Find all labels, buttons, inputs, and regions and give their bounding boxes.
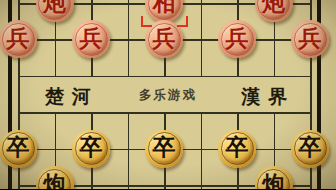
piece-character: 炮 [43,173,66,190]
grid-line [201,112,203,189]
grid-line [201,0,203,76]
piece-character: 炮 [262,0,285,14]
piece-character: 卒 [153,136,176,159]
black-soldier[interactable]: 卒 [145,130,183,168]
piece-character: 兵 [153,27,176,50]
app-watermark: 多乐游戏 [120,87,216,105]
piece-character: 卒 [226,136,249,159]
grid-line [128,0,130,76]
grid-line [18,76,312,78]
black-cannon[interactable]: 炮 [255,166,293,189]
piece-character: 炮 [43,0,66,14]
black-soldier[interactable]: 卒 [72,130,110,168]
red-soldier[interactable]: 兵 [291,20,329,58]
red-soldier[interactable]: 兵 [72,20,110,58]
red-elephant[interactable]: 相 [145,0,183,22]
xiangqi-board: 楚河 多乐游戏 漢界 炮相炮兵兵兵兵兵卒卒卒卒卒炮炮 [0,0,336,189]
red-cannon[interactable]: 炮 [255,0,293,22]
marker-corner [177,16,188,27]
black-soldier[interactable]: 卒 [0,130,37,168]
piece-character: 卒 [80,136,103,159]
black-cannon[interactable]: 炮 [36,166,74,189]
piece-character: 兵 [7,27,30,50]
black-soldier[interactable]: 卒 [291,130,329,168]
piece-character: 卒 [7,136,30,159]
red-cannon[interactable]: 炮 [36,0,74,22]
piece-character: 炮 [262,173,285,190]
river-label-han-jie: 漢界 [234,84,302,106]
grid-line [128,112,130,189]
river-label-chu-he: 楚河 [38,84,106,106]
red-soldier[interactable]: 兵 [145,20,183,58]
piece-character: 相 [153,0,176,14]
red-soldier[interactable]: 兵 [218,20,256,58]
piece-character: 兵 [80,27,103,50]
black-soldier[interactable]: 卒 [218,130,256,168]
piece-character: 卒 [299,136,322,159]
piece-character: 兵 [299,27,322,50]
red-soldier[interactable]: 兵 [0,20,37,58]
piece-character: 兵 [226,27,249,50]
